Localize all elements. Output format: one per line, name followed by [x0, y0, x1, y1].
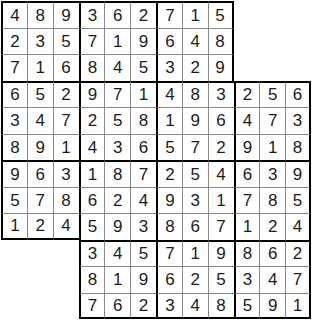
sudoku-cell-r1c8[interactable]: 1: [182, 1, 208, 28]
empty-corner-area: [234, 28, 260, 55]
sudoku-cell-r3c7[interactable]: 3: [156, 54, 182, 81]
sudoku-cell-r11c12[interactable]: 7: [285, 266, 311, 293]
sudoku-cell-r5c2[interactable]: 4: [27, 107, 53, 134]
sudoku-cell-r6c12[interactable]: 8: [285, 134, 311, 161]
empty-corner-area: [259, 1, 285, 28]
sudoku-cell-r10c12[interactable]: 2: [285, 240, 311, 267]
sudoku-cell-r12c10[interactable]: 5: [234, 293, 260, 320]
empty-corner-area: [285, 1, 311, 28]
sudoku-cell-r9c2[interactable]: 2: [27, 213, 53, 240]
sudoku-cell-r12c6[interactable]: 2: [130, 293, 156, 320]
sudoku-cell-r1c6[interactable]: 2: [130, 1, 156, 28]
empty-corner-area: [285, 54, 311, 81]
sudoku-cell-r12c5[interactable]: 6: [104, 293, 130, 320]
empty-corner-area: [1, 266, 27, 293]
sudoku-cell-r2c6[interactable]: 9: [130, 28, 156, 55]
sudoku-cell-r4c12[interactable]: 6: [285, 81, 311, 108]
sudoku-cell-r6c1[interactable]: 8: [1, 134, 27, 161]
sudoku-cell-r4c2[interactable]: 5: [27, 81, 53, 108]
sudoku-cell-r4c5[interactable]: 7: [104, 81, 130, 108]
sudoku-cell-r8c7[interactable]: 9: [156, 187, 182, 214]
sudoku-cell-r3c4[interactable]: 8: [79, 54, 105, 81]
sudoku-cell-r1c4[interactable]: 3: [79, 1, 105, 28]
sudoku-cell-r5c1[interactable]: 3: [1, 107, 27, 134]
sudoku-cell-r1c3[interactable]: 9: [53, 1, 79, 28]
sudoku-cell-r11c11[interactable]: 4: [259, 266, 285, 293]
sudoku-cell-r9c10[interactable]: 1: [234, 213, 260, 240]
sudoku-cell-r10c10[interactable]: 8: [234, 240, 260, 267]
puzzle-page: 4893627152357196487168453296529714832563…: [0, 0, 312, 320]
sudoku-cell-r5c9[interactable]: 6: [208, 107, 234, 134]
sudoku-cell-r5c4[interactable]: 2: [79, 107, 105, 134]
sudoku-cell-r7c4[interactable]: 1: [79, 160, 105, 187]
empty-corner-area: [259, 28, 285, 55]
sudoku-cell-r5c12[interactable]: 3: [285, 107, 311, 134]
overlapping-sudoku-board: 4893627152357196487168453296529714832563…: [1, 1, 311, 319]
sudoku-cell-r4c8[interactable]: 8: [182, 81, 208, 108]
sudoku-cell-r1c1[interactable]: 4: [1, 1, 27, 28]
sudoku-cell-r3c9[interactable]: 9: [208, 54, 234, 81]
sudoku-cell-r8c3[interactable]: 8: [53, 187, 79, 214]
sudoku-cell-r7c8[interactable]: 5: [182, 160, 208, 187]
sudoku-cell-r6c6[interactable]: 6: [130, 134, 156, 161]
sudoku-cell-r3c5[interactable]: 4: [104, 54, 130, 81]
sudoku-cell-r8c11[interactable]: 8: [259, 187, 285, 214]
sudoku-cell-r4c7[interactable]: 4: [156, 81, 182, 108]
sudoku-cell-r2c7[interactable]: 6: [156, 28, 182, 55]
empty-corner-area: [1, 240, 27, 267]
sudoku-cell-r1c5[interactable]: 6: [104, 1, 130, 28]
sudoku-cell-r7c2[interactable]: 6: [27, 160, 53, 187]
sudoku-cell-r8c8[interactable]: 3: [182, 187, 208, 214]
sudoku-cell-r1c9[interactable]: 5: [208, 1, 234, 28]
sudoku-cell-r6c4[interactable]: 4: [79, 134, 105, 161]
empty-corner-area: [234, 1, 260, 28]
sudoku-cell-r9c12[interactable]: 4: [285, 213, 311, 240]
sudoku-cell-r8c12[interactable]: 5: [285, 187, 311, 214]
sudoku-cell-r7c9[interactable]: 4: [208, 160, 234, 187]
sudoku-cell-r7c6[interactable]: 7: [130, 160, 156, 187]
sudoku-cell-r6c9[interactable]: 2: [208, 134, 234, 161]
sudoku-cell-r2c1[interactable]: 2: [1, 28, 27, 55]
sudoku-cell-r11c9[interactable]: 5: [208, 266, 234, 293]
sudoku-cell-r12c11[interactable]: 9: [259, 293, 285, 320]
sudoku-cell-r5c8[interactable]: 9: [182, 107, 208, 134]
sudoku-cell-r8c6[interactable]: 4: [130, 187, 156, 214]
sudoku-cell-r11c4[interactable]: 8: [79, 266, 105, 293]
sudoku-cell-r12c8[interactable]: 4: [182, 293, 208, 320]
empty-corner-area: [285, 28, 311, 55]
sudoku-cell-r6c2[interactable]: 9: [27, 134, 53, 161]
empty-corner-area: [1, 293, 27, 320]
sudoku-cell-r11c10[interactable]: 3: [234, 266, 260, 293]
sudoku-cell-r1c7[interactable]: 7: [156, 1, 182, 28]
sudoku-cell-r3c2[interactable]: 1: [27, 54, 53, 81]
sudoku-cell-r4c9[interactable]: 3: [208, 81, 234, 108]
empty-corner-area: [259, 54, 285, 81]
sudoku-cell-r8c1[interactable]: 5: [1, 187, 27, 214]
sudoku-cell-r6c11[interactable]: 1: [259, 134, 285, 161]
sudoku-cell-r10c5[interactable]: 4: [104, 240, 130, 267]
sudoku-cell-r9c8[interactable]: 6: [182, 213, 208, 240]
sudoku-cell-r8c9[interactable]: 1: [208, 187, 234, 214]
sudoku-cell-r9c1[interactable]: 1: [1, 213, 27, 240]
sudoku-cell-r6c5[interactable]: 3: [104, 134, 130, 161]
empty-corner-area: [53, 266, 79, 293]
sudoku-cell-r2c3[interactable]: 5: [53, 28, 79, 55]
sudoku-cell-r3c8[interactable]: 2: [182, 54, 208, 81]
sudoku-cell-r4c1[interactable]: 6: [1, 81, 27, 108]
sudoku-cell-r9c11[interactable]: 2: [259, 213, 285, 240]
sudoku-cell-r10c11[interactable]: 6: [259, 240, 285, 267]
sudoku-cell-r7c3[interactable]: 3: [53, 160, 79, 187]
sudoku-cell-r7c12[interactable]: 9: [285, 160, 311, 187]
sudoku-cell-r4c11[interactable]: 5: [259, 81, 285, 108]
sudoku-cell-r5c6[interactable]: 8: [130, 107, 156, 134]
sudoku-cell-r11c8[interactable]: 2: [182, 266, 208, 293]
sudoku-cell-r8c10[interactable]: 7: [234, 187, 260, 214]
sudoku-cell-r11c5[interactable]: 1: [104, 266, 130, 293]
empty-corner-area: [234, 54, 260, 81]
sudoku-cell-r10c6[interactable]: 5: [130, 240, 156, 267]
sudoku-cell-r4c3[interactable]: 2: [53, 81, 79, 108]
sudoku-cell-r5c11[interactable]: 7: [259, 107, 285, 134]
sudoku-cell-r5c7[interactable]: 1: [156, 107, 182, 134]
sudoku-cell-r9c4[interactable]: 5: [79, 213, 105, 240]
sudoku-cell-r11c6[interactable]: 9: [130, 266, 156, 293]
sudoku-cell-r1c2[interactable]: 8: [27, 1, 53, 28]
sudoku-cell-r5c3[interactable]: 7: [53, 107, 79, 134]
sudoku-cell-r7c7[interactable]: 2: [156, 160, 182, 187]
sudoku-cell-r2c4[interactable]: 7: [79, 28, 105, 55]
sudoku-cell-r12c4[interactable]: 7: [79, 293, 105, 320]
sudoku-cell-r10c4[interactable]: 3: [79, 240, 105, 267]
sudoku-cell-r8c4[interactable]: 6: [79, 187, 105, 214]
sudoku-cell-r4c6[interactable]: 1: [130, 81, 156, 108]
sudoku-cell-r2c9[interactable]: 8: [208, 28, 234, 55]
sudoku-cell-r7c11[interactable]: 3: [259, 160, 285, 187]
sudoku-cell-r9c6[interactable]: 3: [130, 213, 156, 240]
sudoku-cell-r2c5[interactable]: 1: [104, 28, 130, 55]
sudoku-cell-r12c9[interactable]: 8: [208, 293, 234, 320]
sudoku-cell-r10c8[interactable]: 1: [182, 240, 208, 267]
sudoku-cell-r6c8[interactable]: 7: [182, 134, 208, 161]
sudoku-cell-r6c7[interactable]: 5: [156, 134, 182, 161]
sudoku-cell-r7c5[interactable]: 8: [104, 160, 130, 187]
sudoku-cell-r2c8[interactable]: 4: [182, 28, 208, 55]
sudoku-cell-r6c10[interactable]: 9: [234, 134, 260, 161]
empty-corner-area: [27, 293, 53, 320]
sudoku-cell-r6c3[interactable]: 1: [53, 134, 79, 161]
sudoku-cell-r4c4[interactable]: 9: [79, 81, 105, 108]
sudoku-cell-r12c7[interactable]: 3: [156, 293, 182, 320]
sudoku-cell-r9c3[interactable]: 4: [53, 213, 79, 240]
sudoku-cell-r7c1[interactable]: 9: [1, 160, 27, 187]
sudoku-cell-r7c10[interactable]: 6: [234, 160, 260, 187]
sudoku-cell-r9c5[interactable]: 9: [104, 213, 130, 240]
sudoku-cell-r11c7[interactable]: 6: [156, 266, 182, 293]
empty-corner-area: [53, 240, 79, 267]
sudoku-cell-r10c7[interactable]: 7: [156, 240, 182, 267]
sudoku-cell-r3c1[interactable]: 7: [1, 54, 27, 81]
empty-corner-area: [27, 240, 53, 267]
sudoku-cell-r9c7[interactable]: 8: [156, 213, 182, 240]
sudoku-cell-r2c2[interactable]: 3: [27, 28, 53, 55]
sudoku-cell-r10c9[interactable]: 9: [208, 240, 234, 267]
sudoku-cell-r5c5[interactable]: 5: [104, 107, 130, 134]
empty-corner-area: [27, 266, 53, 293]
sudoku-cell-r8c5[interactable]: 2: [104, 187, 130, 214]
sudoku-cell-r8c2[interactable]: 7: [27, 187, 53, 214]
empty-corner-area: [53, 293, 79, 320]
sudoku-cell-r3c6[interactable]: 5: [130, 54, 156, 81]
sudoku-cell-r5c10[interactable]: 4: [234, 107, 260, 134]
sudoku-cell-r4c10[interactable]: 2: [234, 81, 260, 108]
sudoku-cell-r12c12[interactable]: 1: [285, 293, 311, 320]
sudoku-cell-r9c9[interactable]: 7: [208, 213, 234, 240]
sudoku-cell-r3c3[interactable]: 6: [53, 54, 79, 81]
